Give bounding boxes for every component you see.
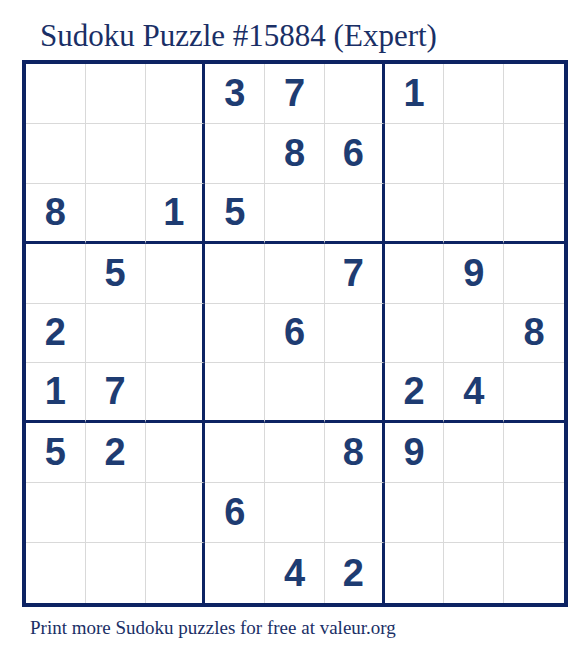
sudoku-given-r5c9: 8 xyxy=(504,304,564,364)
sudoku-given-r9c5: 4 xyxy=(265,543,325,603)
sudoku-cell-r7c4 xyxy=(205,423,265,483)
sudoku-cell-r4c3 xyxy=(146,244,206,304)
sudoku-cell-r8c5 xyxy=(265,483,325,543)
sudoku-cell-r2c3 xyxy=(146,124,206,184)
sudoku-cell-r1c8 xyxy=(444,64,504,124)
sudoku-given-r7c7: 9 xyxy=(385,423,445,483)
sudoku-cell-r3c6 xyxy=(325,184,385,244)
sudoku-cell-r7c5 xyxy=(265,423,325,483)
sudoku-cell-r5c3 xyxy=(146,304,206,364)
footer-text: Print more Sudoku puzzles for free at va… xyxy=(30,617,396,639)
sudoku-given-r1c4: 3 xyxy=(205,64,265,124)
sudoku-cell-r9c9 xyxy=(504,543,564,603)
sudoku-given-r4c6: 7 xyxy=(325,244,385,304)
sudoku-cell-r2c9 xyxy=(504,124,564,184)
sudoku-cell-r2c1 xyxy=(26,124,86,184)
sudoku-cell-r3c9 xyxy=(504,184,564,244)
sudoku-cell-r8c6 xyxy=(325,483,385,543)
page: Sudoku Puzzle #15884 (Expert) 3718681557… xyxy=(0,0,580,651)
sudoku-cell-r3c7 xyxy=(385,184,445,244)
sudoku-cell-r9c8 xyxy=(444,543,504,603)
sudoku-given-r7c2: 2 xyxy=(86,423,146,483)
sudoku-cell-r3c8 xyxy=(444,184,504,244)
sudoku-cell-r5c8 xyxy=(444,304,504,364)
sudoku-cell-r5c7 xyxy=(385,304,445,364)
sudoku-given-r6c8: 4 xyxy=(444,363,504,423)
sudoku-cell-r4c4 xyxy=(205,244,265,304)
sudoku-cell-r6c3 xyxy=(146,363,206,423)
sudoku-given-r6c1: 1 xyxy=(26,363,86,423)
sudoku-cell-r2c2 xyxy=(86,124,146,184)
sudoku-cell-r4c1 xyxy=(26,244,86,304)
sudoku-cell-r8c7 xyxy=(385,483,445,543)
sudoku-given-r8c4: 6 xyxy=(205,483,265,543)
sudoku-cell-r1c3 xyxy=(146,64,206,124)
sudoku-given-r2c5: 8 xyxy=(265,124,325,184)
sudoku-cell-r8c3 xyxy=(146,483,206,543)
sudoku-cell-r4c5 xyxy=(265,244,325,304)
sudoku-cell-r6c5 xyxy=(265,363,325,423)
sudoku-given-r5c5: 6 xyxy=(265,304,325,364)
sudoku-cell-r6c9 xyxy=(504,363,564,423)
sudoku-cell-r8c1 xyxy=(26,483,86,543)
sudoku-cell-r9c2 xyxy=(86,543,146,603)
sudoku-given-r4c2: 5 xyxy=(86,244,146,304)
sudoku-cell-r7c3 xyxy=(146,423,206,483)
sudoku-given-r2c6: 6 xyxy=(325,124,385,184)
sudoku-board: 3718681557926817245289642 xyxy=(22,60,568,607)
page-title: Sudoku Puzzle #15884 (Expert) xyxy=(40,19,437,53)
sudoku-cell-r4c7 xyxy=(385,244,445,304)
sudoku-given-r4c8: 9 xyxy=(444,244,504,304)
sudoku-cell-r5c4 xyxy=(205,304,265,364)
sudoku-given-r7c6: 8 xyxy=(325,423,385,483)
sudoku-given-r5c1: 2 xyxy=(26,304,86,364)
sudoku-cell-r1c9 xyxy=(504,64,564,124)
sudoku-given-r3c3: 1 xyxy=(146,184,206,244)
sudoku-cell-r2c7 xyxy=(385,124,445,184)
sudoku-cell-r5c6 xyxy=(325,304,385,364)
sudoku-cell-r9c7 xyxy=(385,543,445,603)
sudoku-cell-r6c4 xyxy=(205,363,265,423)
sudoku-cell-r8c2 xyxy=(86,483,146,543)
sudoku-given-r9c6: 2 xyxy=(325,543,385,603)
sudoku-given-r1c7: 1 xyxy=(385,64,445,124)
sudoku-cell-r3c5 xyxy=(265,184,325,244)
sudoku-cell-r9c1 xyxy=(26,543,86,603)
sudoku-cell-r1c1 xyxy=(26,64,86,124)
sudoku-cell-r9c4 xyxy=(205,543,265,603)
sudoku-given-r6c7: 2 xyxy=(385,363,445,423)
sudoku-given-r3c4: 5 xyxy=(205,184,265,244)
sudoku-given-r6c2: 7 xyxy=(86,363,146,423)
sudoku-cell-r6c6 xyxy=(325,363,385,423)
sudoku-cell-r8c9 xyxy=(504,483,564,543)
sudoku-cell-r1c2 xyxy=(86,64,146,124)
sudoku-cell-r5c2 xyxy=(86,304,146,364)
sudoku-cell-r8c8 xyxy=(444,483,504,543)
sudoku-cell-r2c8 xyxy=(444,124,504,184)
sudoku-cell-r1c6 xyxy=(325,64,385,124)
sudoku-cell-r9c3 xyxy=(146,543,206,603)
sudoku-cell-r2c4 xyxy=(205,124,265,184)
sudoku-given-r3c1: 8 xyxy=(26,184,86,244)
sudoku-given-r1c5: 7 xyxy=(265,64,325,124)
sudoku-cell-r3c2 xyxy=(86,184,146,244)
sudoku-given-r7c1: 5 xyxy=(26,423,86,483)
sudoku-cell-r7c9 xyxy=(504,423,564,483)
sudoku-cell-r7c8 xyxy=(444,423,504,483)
sudoku-cell-r4c9 xyxy=(504,244,564,304)
